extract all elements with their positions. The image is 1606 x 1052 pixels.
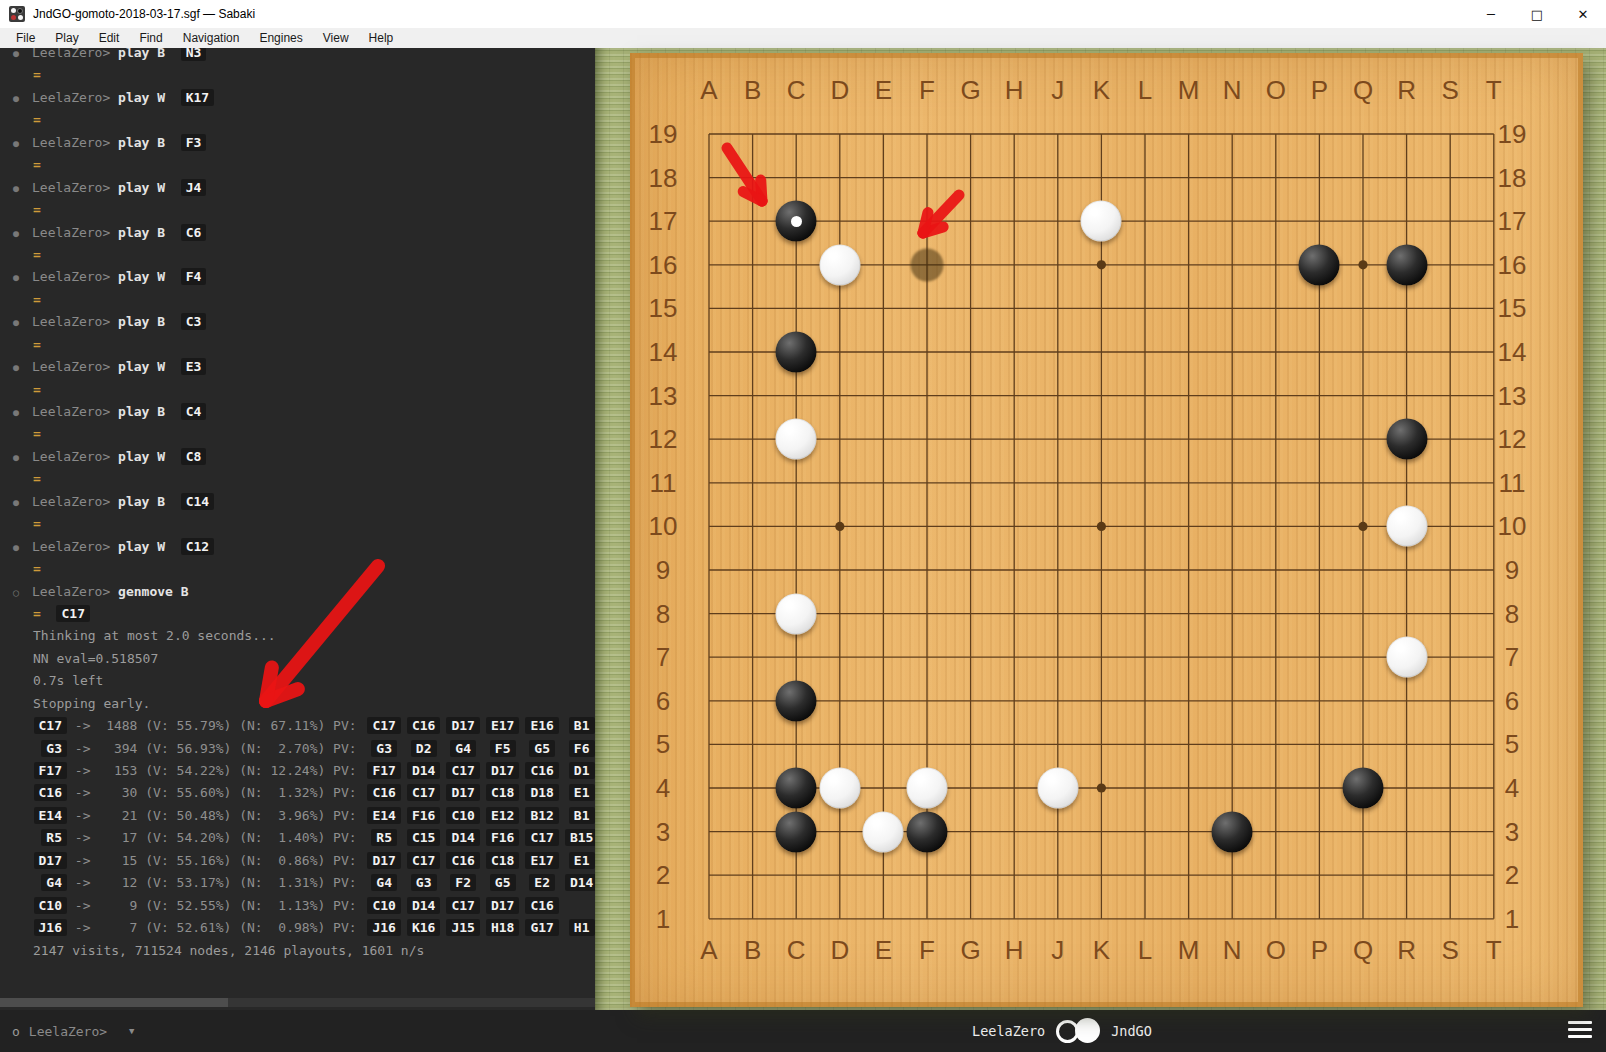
app-icon <box>9 6 25 22</box>
pv-move-badge: G3 <box>411 874 437 891</box>
pv-slot: G5 <box>522 738 562 760</box>
console-line: = <box>0 289 595 311</box>
pv-move-badge: B15 <box>565 829 595 846</box>
pv-move-badge: C15 <box>407 829 440 846</box>
menu-item-engines[interactable]: Engines <box>249 31 312 45</box>
scrollbar-thumb[interactable] <box>0 998 228 1007</box>
pv-slot: H1 <box>562 917 595 939</box>
gtp-response-marker: = <box>0 337 41 352</box>
engine-prompt: LeelaZero> <box>32 404 118 419</box>
console-input[interactable]: o LeelaZero> ▼ <box>12 1010 135 1052</box>
move-badge: G3 <box>41 740 67 757</box>
pv-slot: D1 <box>562 760 595 782</box>
stone-white-c12 <box>776 419 817 460</box>
pv-move-badge: D14 <box>407 897 440 914</box>
pv-move-badge: D17 <box>367 852 400 869</box>
pv-move-badge: D17 <box>486 762 519 779</box>
move-badge: C6 <box>181 224 207 241</box>
pv-move-badge: R5 <box>371 829 397 846</box>
command-bullet-icon: ● <box>0 88 32 110</box>
stat-values: -> 9 (V: 52.55%) (N: 1.13%) PV: <box>67 898 364 913</box>
pv-slot: E16 <box>522 715 562 737</box>
pv-move-badge: B12 <box>525 807 558 824</box>
maximize-button[interactable]: □ <box>1514 0 1560 28</box>
pv-move-badge: E17 <box>486 717 519 734</box>
engine-prompt: LeelaZero> <box>32 180 118 195</box>
stat-values: -> 7 (V: 52.61%) (N: 0.98%) PV: <box>67 920 364 935</box>
pv-move-badge: F16 <box>486 829 519 846</box>
pv-slot: F2 <box>443 872 483 894</box>
stone-white-j4 <box>1037 768 1078 809</box>
gtp-command: play B <box>118 494 181 509</box>
stat-values: -> 153 (V: 54.22%) (N: 12.24%) PV: <box>67 763 364 778</box>
console-line: = <box>0 423 595 445</box>
pv-slot: G3 <box>364 738 404 760</box>
pv-slot: C16 <box>404 715 444 737</box>
pv-slot: G4 <box>443 738 483 760</box>
title-bar: JndGO-gomoto-2018-03-17.sgf — Sabaki ─ □… <box>0 0 1606 28</box>
pv-move-badge: B1 <box>569 807 595 824</box>
menu-item-help[interactable]: Help <box>359 31 404 45</box>
window-title: JndGO-gomoto-2018-03-17.sgf — Sabaki <box>33 7 255 21</box>
pv-slot: D2 <box>404 738 444 760</box>
pv-slot: B15 <box>562 827 595 849</box>
pv-slot: B12 <box>522 805 562 827</box>
engine-prompt: LeelaZero> <box>32 584 118 599</box>
console-line: ●LeelaZero> play W E3 <box>0 356 595 378</box>
console-info-line: 0.7s left <box>0 670 595 692</box>
analysis-stat-row: E14 -> 21 (V: 50.48%) (N: 3.96%) PV: E14… <box>0 805 595 827</box>
pv-slot: D17 <box>364 850 404 872</box>
menu-item-navigation[interactable]: Navigation <box>173 31 250 45</box>
stone-black-r16 <box>1386 244 1427 285</box>
pv-slot: C10 <box>443 805 483 827</box>
pv-move-badge: K16 <box>407 919 440 936</box>
stone-white-f4 <box>907 768 948 809</box>
menu-item-find[interactable]: Find <box>129 31 172 45</box>
pv-move-badge: C17 <box>367 717 400 734</box>
gtp-response-marker: = <box>0 471 41 486</box>
pv-move-badge: E14 <box>367 807 400 824</box>
console-log: ●LeelaZero> play B N3=●LeelaZero> play W… <box>0 48 595 962</box>
console-line: ●LeelaZero> play B N3 <box>0 48 595 64</box>
console-line: ●LeelaZero> play B C14 <box>0 491 595 513</box>
command-bullet-icon: ○ <box>0 582 32 604</box>
move-badge: C17 <box>56 605 89 622</box>
gtp-command: play B <box>118 225 181 240</box>
input-prompt: LeelaZero> <box>29 1024 107 1039</box>
candidate-move-slot: J16 <box>33 917 67 939</box>
pv-slot: D17 <box>483 895 523 917</box>
bottom-bar: o LeelaZero> ▼ LeelaZero JndGO <box>0 1010 1606 1052</box>
pv-slot: C16 <box>522 760 562 782</box>
candidate-move-slot: G3 <box>33 738 67 760</box>
stone-black-r12 <box>1386 419 1427 460</box>
engine-prompt: LeelaZero> <box>32 539 118 554</box>
pv-slot: K16 <box>404 917 444 939</box>
command-bullet-icon: ● <box>0 447 32 469</box>
gtp-command: genmove B <box>118 584 188 599</box>
pv-slot: G4 <box>364 872 404 894</box>
engine-sync-bar: LeelaZero JndGO <box>972 1010 1152 1052</box>
gtp-response-marker: = <box>0 292 41 307</box>
analysis-stat-row: C17 -> 1488 (V: 55.79%) (N: 67.11%) PV: … <box>0 715 595 737</box>
move-badge: J16 <box>34 919 67 936</box>
gtp-response-marker: = <box>0 247 41 262</box>
console-line: = <box>0 199 595 221</box>
pv-slot: C17 <box>404 782 444 804</box>
stone-white-r7 <box>1386 637 1427 678</box>
move-badge: C14 <box>181 493 214 510</box>
pv-slot: D18 <box>522 782 562 804</box>
console-line: = <box>0 468 595 490</box>
stone-black-f3 <box>907 811 948 852</box>
move-badge: E14 <box>34 807 67 824</box>
pv-move-badge: J15 <box>446 919 479 936</box>
stat-values: -> 21 (V: 50.48%) (N: 3.96%) PV: <box>67 808 364 823</box>
goban-panel: AA1919BB1818CC1717DD1616EE1515FF1414GG13… <box>595 48 1606 1010</box>
pv-slot: E12 <box>483 805 523 827</box>
move-badge: G4 <box>41 874 67 891</box>
move-badge: C8 <box>181 448 207 465</box>
gtp-response-marker: = <box>0 382 41 397</box>
pv-slot: R5 <box>364 827 404 849</box>
pv-slot: G17 <box>522 917 562 939</box>
pv-slot: E17 <box>522 850 562 872</box>
pv-slot: J16 <box>364 917 404 939</box>
gtp-command: play W <box>118 539 181 554</box>
gtp-console[interactable]: ●LeelaZero> play B N3=●LeelaZero> play W… <box>0 48 595 1010</box>
pv-move-badge: B1 <box>569 717 595 734</box>
gtp-response-marker: = <box>0 157 41 172</box>
command-bullet-icon: ● <box>0 492 32 514</box>
pv-slot: E17 <box>483 715 523 737</box>
pv-slot: E2 <box>522 872 562 894</box>
stone-white-r10 <box>1386 506 1427 547</box>
gtp-command: play B <box>118 314 181 329</box>
pv-move-badge: C18 <box>486 784 519 801</box>
analysis-stat-row: F17 -> 153 (V: 54.22%) (N: 12.24%) PV: F… <box>0 760 595 782</box>
pv-move-badge: D1 <box>569 762 595 779</box>
menu-hamburger-icon[interactable] <box>1568 1021 1592 1040</box>
gtp-command: play W <box>118 269 181 284</box>
command-bullet-icon: ● <box>0 402 32 424</box>
pv-move-badge: G4 <box>450 740 476 757</box>
console-line: = <box>0 379 595 401</box>
pv-slot: C17 <box>404 850 444 872</box>
console-line: = C17 <box>0 603 595 625</box>
stat-values: -> 15 (V: 55.16%) (N: 0.86%) PV: <box>67 853 364 868</box>
stone-black-n3 <box>1212 811 1253 852</box>
board-grid <box>630 53 1583 1007</box>
move-badge: C16 <box>34 784 67 801</box>
console-line: ●LeelaZero> play W C8 <box>0 446 595 468</box>
pv-move-badge: D14 <box>446 829 479 846</box>
console-info-line: NN eval=0.518507 <box>0 648 595 670</box>
pv-move-badge: C10 <box>367 897 400 914</box>
pv-move-badge: C17 <box>407 784 440 801</box>
pv-move-badge: H18 <box>486 919 519 936</box>
console-line: = <box>0 513 595 535</box>
move-badge: J4 <box>181 179 207 196</box>
pv-slot: C18 <box>483 782 523 804</box>
close-button[interactable]: ✕ <box>1560 0 1606 28</box>
console-line: ●LeelaZero> play B C6 <box>0 222 595 244</box>
analysis-stat-row: G3 -> 394 (V: 56.93%) (N: 2.70%) PV: G3D… <box>0 738 595 760</box>
gtp-command: play B <box>118 48 181 60</box>
stat-values: -> 30 (V: 55.60%) (N: 1.32%) PV: <box>67 785 364 800</box>
pv-move-badge: D14 <box>407 762 440 779</box>
console-info-line: 2147 visits, 711524 nodes, 2146 playouts… <box>0 940 595 962</box>
engine-prompt: LeelaZero> <box>32 90 118 105</box>
engine-prompt: LeelaZero> <box>32 135 118 150</box>
engine-prompt: LeelaZero> <box>32 225 118 240</box>
stone-white-c8 <box>776 593 817 634</box>
pv-slot: C15 <box>404 827 444 849</box>
console-line: = <box>0 558 595 580</box>
pv-move-badge: C16 <box>407 717 440 734</box>
minimize-button[interactable]: ─ <box>1468 0 1514 28</box>
command-bullet-icon: ● <box>0 537 32 559</box>
engine-prompt: LeelaZero> <box>32 314 118 329</box>
pv-slot: B1 <box>562 805 595 827</box>
stone-black-c3 <box>776 811 817 852</box>
candidate-move-slot: F17 <box>33 760 67 782</box>
analysis-stat-row: C16 -> 30 (V: 55.60%) (N: 1.32%) PV: C16… <box>0 782 595 804</box>
pv-slot: D14 <box>404 760 444 782</box>
pv-move-badge: F16 <box>407 807 440 824</box>
pv-slot: F5 <box>483 738 523 760</box>
stone-black-c17 <box>776 201 817 242</box>
pv-move-badge: D2 <box>411 740 437 757</box>
stone-black-c14 <box>776 332 817 373</box>
pv-slot: F16 <box>404 805 444 827</box>
command-bullet-icon: ● <box>0 312 32 334</box>
gtp-command: play W <box>118 90 181 105</box>
console-line: ●LeelaZero> play B C4 <box>0 401 595 423</box>
pv-slot: D14 <box>562 872 595 894</box>
gtp-command: play W <box>118 359 181 374</box>
move-badge: D17 <box>34 852 67 869</box>
pv-slot: E14 <box>364 805 404 827</box>
candidate-move-slot: C16 <box>33 782 67 804</box>
move-badge: F17 <box>34 762 67 779</box>
analysis-stat-row: G4 -> 12 (V: 53.17%) (N: 1.31%) PV: G4G3… <box>0 872 595 894</box>
pv-slot: C16 <box>364 782 404 804</box>
analysis-stat-row: C10 -> 9 (V: 52.55%) (N: 1.13%) PV: C10D… <box>0 895 595 917</box>
candidate-move-slot: C10 <box>33 895 67 917</box>
move-badge: C10 <box>34 897 67 914</box>
pv-move-badge: C18 <box>486 852 519 869</box>
pv-move-badge: D17 <box>446 784 479 801</box>
pv-move-badge: G17 <box>525 919 558 936</box>
black-engine-label: LeelaZero <box>972 1023 1045 1039</box>
console-line: ●LeelaZero> play W C12 <box>0 536 595 558</box>
candidate-move-slot: R5 <box>33 827 67 849</box>
pv-slot: D14 <box>404 895 444 917</box>
pv-slot: C18 <box>483 850 523 872</box>
move-badge: C4 <box>181 403 207 420</box>
pv-slot: F17 <box>364 760 404 782</box>
stat-values: -> 12 (V: 53.17%) (N: 1.31%) PV: <box>67 875 364 890</box>
command-bullet-icon: ● <box>0 178 32 200</box>
stat-values: -> 394 (V: 56.93%) (N: 2.70%) PV: <box>67 741 364 756</box>
input-bullet: o <box>12 1024 20 1039</box>
gtp-response-marker: = <box>0 516 41 531</box>
candidate-move-slot: C17 <box>33 715 67 737</box>
pv-slot: E1 <box>562 850 595 872</box>
pv-move-badge: E2 <box>529 874 555 891</box>
engine-swap-toggle[interactable] <box>1056 1018 1100 1044</box>
gtp-response-marker: = <box>0 112 41 127</box>
menu-item-file[interactable]: File <box>6 31 45 45</box>
pv-move-badge: F17 <box>367 762 400 779</box>
pv-move-badge: D14 <box>565 874 595 891</box>
console-line: = <box>0 109 595 131</box>
move-badge: F4 <box>181 268 207 285</box>
pv-move-badge: D17 <box>446 717 479 734</box>
pv-move-badge: C17 <box>407 852 440 869</box>
console-line: = <box>0 154 595 176</box>
pv-move-badge: D17 <box>486 897 519 914</box>
menu-item-edit[interactable]: Edit <box>89 31 130 45</box>
move-badge: K17 <box>181 89 214 106</box>
command-bullet-icon: ● <box>0 48 32 65</box>
move-badge: C17 <box>34 717 67 734</box>
command-bullet-icon: ● <box>0 357 32 379</box>
pv-move-badge: G4 <box>371 874 397 891</box>
engine-prompt: LeelaZero> <box>32 494 118 509</box>
pv-slot: G3 <box>404 872 444 894</box>
console-line: ●LeelaZero> play B F3 <box>0 132 595 154</box>
last-move-marker <box>791 216 802 227</box>
candidate-move-slot: E14 <box>33 805 67 827</box>
command-bullet-icon: ● <box>0 133 32 155</box>
stat-values: -> 17 (V: 54.20%) (N: 1.40%) PV: <box>67 830 364 845</box>
analysis-stat-row: J16 -> 7 (V: 52.61%) (N: 0.98%) PV: J16K… <box>0 917 595 939</box>
pv-slot: F16 <box>483 827 523 849</box>
console-line: ●LeelaZero> play W J4 <box>0 177 595 199</box>
pv-slot: D17 <box>483 760 523 782</box>
gtp-command: play B <box>118 404 181 419</box>
console-line: = <box>0 334 595 356</box>
pv-move-badge: C17 <box>525 829 558 846</box>
gtp-response-marker: = <box>0 606 41 621</box>
pv-move-badge: J16 <box>367 919 400 936</box>
stone-black-c6 <box>776 680 817 721</box>
pv-move-badge: E1 <box>569 852 595 869</box>
pv-slot: C16 <box>443 850 483 872</box>
gtp-response-marker: = <box>0 202 41 217</box>
pv-move-badge: E17 <box>525 852 558 869</box>
pv-move-badge: G5 <box>490 874 516 891</box>
console-info-line: Thinking at most 2.0 seconds... <box>0 625 595 647</box>
pv-move-badge: C16 <box>525 897 558 914</box>
menu-item-play[interactable]: Play <box>45 31 88 45</box>
gtp-command: play W <box>118 449 181 464</box>
stone-white-d4 <box>819 768 860 809</box>
gtp-response-marker: = <box>0 426 41 441</box>
horizontal-scrollbar[interactable] <box>0 998 595 1007</box>
star-point-Q16 <box>1358 260 1367 269</box>
pv-move-badge: F6 <box>569 740 595 757</box>
pv-move-badge: F2 <box>450 874 476 891</box>
pv-move-badge: D18 <box>525 784 558 801</box>
analysis-stat-row: R5 -> 17 (V: 54.20%) (N: 1.40%) PV: R5C1… <box>0 827 595 849</box>
console-line: ●LeelaZero> play B C3 <box>0 311 595 333</box>
move-badge: C12 <box>181 538 214 555</box>
stone-white-e3 <box>863 811 904 852</box>
pv-move-badge: G3 <box>371 740 397 757</box>
pv-move-badge: E16 <box>525 717 558 734</box>
pv-move-badge: E12 <box>486 807 519 824</box>
stone-white-k17 <box>1081 201 1122 242</box>
gtp-response-marker: = <box>0 67 41 82</box>
stone-black-p16 <box>1299 244 1340 285</box>
pv-move-badge: H1 <box>569 919 595 936</box>
menu-bar: FilePlayEditFindNavigationEnginesViewHel… <box>0 28 1606 48</box>
pv-slot: C10 <box>364 895 404 917</box>
stone-white-d16 <box>819 244 860 285</box>
go-board[interactable]: AA1919BB1818CC1717DD1616EE1515FF1414GG13… <box>630 53 1583 1007</box>
pv-move-badge: C16 <box>367 784 400 801</box>
star-point-K16 <box>1097 260 1106 269</box>
console-line: ●LeelaZero> play W K17 <box>0 87 595 109</box>
move-badge: N3 <box>181 48 207 61</box>
move-badge: R5 <box>41 829 67 846</box>
move-badge: F3 <box>181 134 207 151</box>
white-engine-label: JndGO <box>1111 1023 1152 1039</box>
pv-slot: C17 <box>443 895 483 917</box>
console-line: = <box>0 244 595 266</box>
pv-slot: D17 <box>443 715 483 737</box>
pv-slot: C16 <box>522 895 562 917</box>
move-badge: E3 <box>181 358 207 375</box>
gtp-command: play B <box>118 135 181 150</box>
stat-values: -> 1488 (V: 55.79%) (N: 67.11%) PV: <box>67 718 364 733</box>
pv-slot: H18 <box>483 917 523 939</box>
gtp-command: play W <box>118 180 181 195</box>
pv-slot: B1 <box>562 715 595 737</box>
gtp-response-marker: = <box>0 561 41 576</box>
console-line: ○LeelaZero> genmove B <box>0 581 595 603</box>
star-point-K10 <box>1097 522 1106 531</box>
pv-move-badge: G5 <box>529 740 555 757</box>
pv-move-badge: C17 <box>446 897 479 914</box>
engine-prompt: LeelaZero> <box>32 359 118 374</box>
pv-slot: C17 <box>522 827 562 849</box>
console-line: = <box>0 64 595 86</box>
engine-dropdown-icon[interactable]: ▼ <box>129 1026 134 1036</box>
move-badge: C3 <box>181 313 207 330</box>
pv-slot: D14 <box>443 827 483 849</box>
white-engine-circle-icon <box>1075 1018 1100 1043</box>
sabaki-window: JndGO-gomoto-2018-03-17.sgf — Sabaki ─ □… <box>0 0 1606 1052</box>
pv-move-badge: C16 <box>525 762 558 779</box>
analysis-stat-row: D17 -> 15 (V: 55.16%) (N: 0.86%) PV: D17… <box>0 850 595 872</box>
pv-slot: D17 <box>443 782 483 804</box>
pv-move-badge: C16 <box>446 852 479 869</box>
stone-black-q4 <box>1343 768 1384 809</box>
menu-item-view[interactable]: View <box>313 31 359 45</box>
command-bullet-icon: ● <box>0 267 32 289</box>
pv-move-badge: C17 <box>446 762 479 779</box>
pv-slot: G5 <box>483 872 523 894</box>
star-point-K4 <box>1097 783 1106 792</box>
pv-move-badge: E1 <box>569 784 595 801</box>
candidate-move-slot: G4 <box>33 872 67 894</box>
star-point-Q10 <box>1358 522 1367 531</box>
